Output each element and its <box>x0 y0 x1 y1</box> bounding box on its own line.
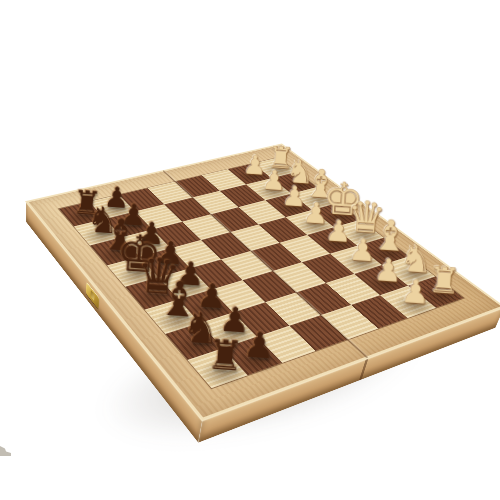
fold-seam-side <box>359 358 369 381</box>
square-e7[interactable]: ♟ <box>140 248 191 277</box>
square-a1[interactable]: ♜ <box>408 277 463 308</box>
product-photo: ♜♟♟♜♞♟♟♞♝♟♟♝♚♟♟♚♛♟♟♛♝♟♟♝♞♟♟♞♜♟♟♜ <box>0 0 500 500</box>
brass-clasp <box>86 282 99 310</box>
square-f7[interactable]: ♟ <box>122 229 171 256</box>
chess-board-box: ♜♟♟♜♞♟♟♞♝♟♟♝♚♟♟♚♛♟♟♛♝♟♟♝♞♟♟♞♜♟♟♜ <box>25 143 500 421</box>
piece-white-bishop: ♝ <box>354 215 428 258</box>
photo-scene: ♜♟♟♜♞♟♟♞♝♟♟♝♚♟♟♚♛♟♟♛♝♟♟♝♞♟♟♞♜♟♟♜ <box>0 0 500 500</box>
